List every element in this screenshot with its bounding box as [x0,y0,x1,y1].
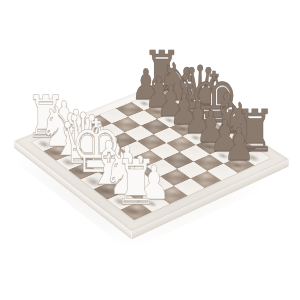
piece-grey-pawn-h7[interactable]: ♟ [223,122,254,167]
piece-white-rook-h1[interactable]: ♜ [115,152,158,214]
pieces-layer: ♜♞♝♛♚♝♞♜♟♟♟♟♟♟♟♟♟♟♟♟♟♟♟♟♜♞♝♛♚♝♞♜ [0,0,300,300]
product-photo-scene: ♜♞♝♛♚♝♞♜♟♟♟♟♟♟♟♟♟♟♟♟♟♟♟♟♜♞♝♛♚♝♞♜ [0,0,300,300]
